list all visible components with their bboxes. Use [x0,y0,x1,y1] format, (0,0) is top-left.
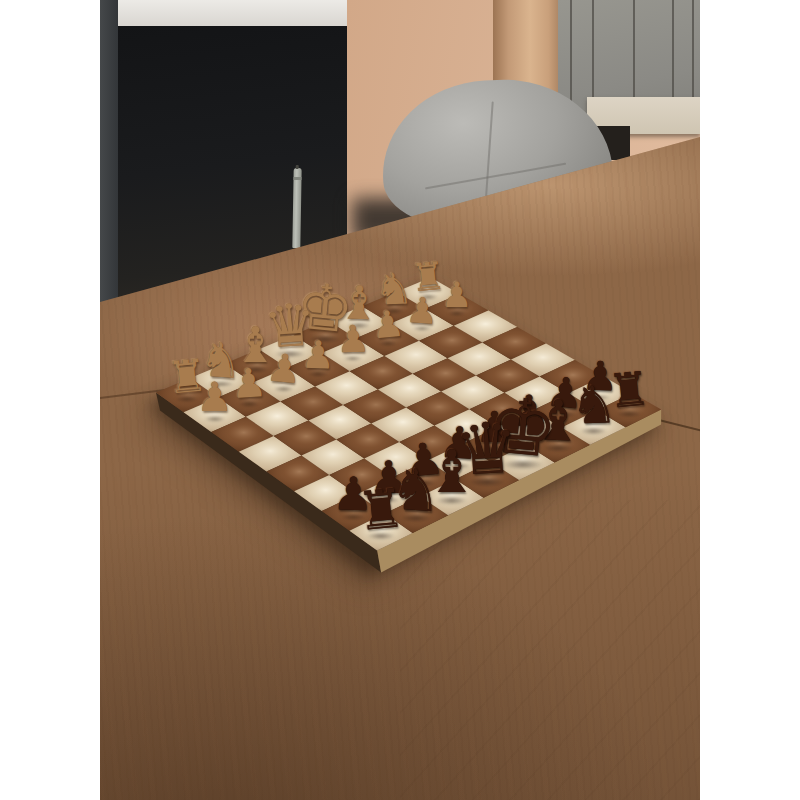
photo-chess-scene: ♜♞♟♝♟♚♟♛♟♝♟♞♟♟♜♟♜♟♟♟♞♟♝♟♚♟♛♟♝♟♞♜ [100,0,700,800]
chess-piece-glyph: ♟ [441,278,472,313]
chess-piece-glyph: ♟ [405,292,439,330]
chess-piece-glyph: ♟ [301,335,336,374]
chess-piece-glyph: ♜ [355,481,407,538]
chess-piece-glyph: ♟ [197,378,233,418]
chess-piece-glyph: ♟ [336,321,371,359]
chess-piece-glyph: ♟ [370,305,406,344]
chess-piece-glyph: ♟ [230,363,268,405]
chess-piece-glyph: ♟ [265,348,303,390]
